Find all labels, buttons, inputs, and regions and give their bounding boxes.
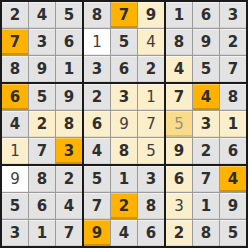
- cell-r3c1[interactable]: 8: [2, 56, 28, 82]
- cell-r4c9[interactable]: 8: [220, 84, 246, 110]
- cell-r7c1[interactable]: 9: [2, 166, 28, 192]
- sudoku-board: 2457368918791543621638924576594281732316…: [0, 0, 248, 248]
- cell-r2c4[interactable]: 1: [84, 29, 110, 55]
- cell-r3c2[interactable]: 9: [29, 56, 55, 82]
- cell-r9c3[interactable]: 7: [56, 220, 82, 246]
- cell-r7c4[interactable]: 5: [84, 166, 110, 192]
- cell-r8c8[interactable]: 1: [193, 193, 219, 219]
- cell-r9c7[interactable]: 2: [166, 220, 192, 246]
- cell-r5c4[interactable]: 6: [84, 111, 110, 137]
- cell-r8c1[interactable]: 5: [2, 193, 28, 219]
- cell-r7c9[interactable]: 4: [220, 166, 246, 192]
- cell-r6c2[interactable]: 7: [29, 138, 55, 164]
- cell-r9c2[interactable]: 1: [29, 220, 55, 246]
- box-5: 231697485: [84, 84, 164, 164]
- cell-r5c7[interactable]: 5: [166, 111, 192, 137]
- cell-r1c3[interactable]: 5: [56, 2, 82, 28]
- cell-r7c7[interactable]: 6: [166, 166, 192, 192]
- cell-r6c3[interactable]: 3: [56, 138, 82, 164]
- cell-r4c1[interactable]: 6: [2, 84, 28, 110]
- cell-r2c8[interactable]: 9: [193, 29, 219, 55]
- box-3: 163892457: [166, 2, 246, 82]
- box-4: 659428173: [2, 84, 82, 164]
- cell-r9c8[interactable]: 8: [193, 220, 219, 246]
- cell-r2c1[interactable]: 7: [2, 29, 28, 55]
- cell-r1c1[interactable]: 2: [2, 2, 28, 28]
- cell-r5c8[interactable]: 3: [193, 111, 219, 137]
- cell-r8c7[interactable]: 3: [166, 193, 192, 219]
- cell-r1c4[interactable]: 8: [84, 2, 110, 28]
- cell-r6c8[interactable]: 2: [193, 138, 219, 164]
- cell-r8c9[interactable]: 9: [220, 193, 246, 219]
- cell-r1c6[interactable]: 9: [138, 2, 164, 28]
- cell-r6c5[interactable]: 8: [111, 138, 137, 164]
- cell-r5c1[interactable]: 4: [2, 111, 28, 137]
- cell-r4c3[interactable]: 9: [56, 84, 82, 110]
- box-2: 879154362: [84, 2, 164, 82]
- cell-r6c4[interactable]: 4: [84, 138, 110, 164]
- cell-r9c4[interactable]: 9: [84, 220, 110, 246]
- cell-r3c5[interactable]: 6: [111, 56, 137, 82]
- cell-r3c6[interactable]: 2: [138, 56, 164, 82]
- cell-r5c3[interactable]: 8: [56, 111, 82, 137]
- cell-r7c6[interactable]: 3: [138, 166, 164, 192]
- cell-r6c6[interactable]: 5: [138, 138, 164, 164]
- cell-r8c6[interactable]: 8: [138, 193, 164, 219]
- cell-r5c6[interactable]: 7: [138, 111, 164, 137]
- cell-r7c2[interactable]: 8: [29, 166, 55, 192]
- box-9: 674319285: [166, 166, 246, 246]
- cell-r3c9[interactable]: 7: [220, 56, 246, 82]
- cell-r9c6[interactable]: 6: [138, 220, 164, 246]
- cell-r7c3[interactable]: 2: [56, 166, 82, 192]
- cell-r6c1[interactable]: 1: [2, 138, 28, 164]
- cell-r1c8[interactable]: 6: [193, 2, 219, 28]
- cell-r5c5[interactable]: 9: [111, 111, 137, 137]
- cell-r4c5[interactable]: 3: [111, 84, 137, 110]
- cell-r3c4[interactable]: 3: [84, 56, 110, 82]
- box-8: 513728946: [84, 166, 164, 246]
- cell-r3c7[interactable]: 4: [166, 56, 192, 82]
- cell-r4c2[interactable]: 5: [29, 84, 55, 110]
- cell-r8c2[interactable]: 6: [29, 193, 55, 219]
- cell-r1c7[interactable]: 1: [166, 2, 192, 28]
- cell-r9c1[interactable]: 3: [2, 220, 28, 246]
- box-1: 245736891: [2, 2, 82, 82]
- cell-r4c4[interactable]: 2: [84, 84, 110, 110]
- cell-r9c9[interactable]: 5: [220, 220, 246, 246]
- cell-r3c8[interactable]: 5: [193, 56, 219, 82]
- box-7: 982564317: [2, 166, 82, 246]
- cell-r2c3[interactable]: 6: [56, 29, 82, 55]
- cell-r6c9[interactable]: 6: [220, 138, 246, 164]
- cell-r3c3[interactable]: 1: [56, 56, 82, 82]
- cell-r7c8[interactable]: 7: [193, 166, 219, 192]
- cell-r2c6[interactable]: 4: [138, 29, 164, 55]
- cell-r5c9[interactable]: 1: [220, 111, 246, 137]
- cell-r5c2[interactable]: 2: [29, 111, 55, 137]
- cell-r2c2[interactable]: 3: [29, 29, 55, 55]
- cell-r2c5[interactable]: 5: [111, 29, 137, 55]
- cell-r7c5[interactable]: 1: [111, 166, 137, 192]
- cell-r4c6[interactable]: 1: [138, 84, 164, 110]
- cell-r9c5[interactable]: 4: [111, 220, 137, 246]
- cell-r1c2[interactable]: 4: [29, 2, 55, 28]
- cell-r1c5[interactable]: 7: [111, 2, 137, 28]
- cell-r1c9[interactable]: 3: [220, 2, 246, 28]
- cell-r4c7[interactable]: 7: [166, 84, 192, 110]
- cell-r8c3[interactable]: 4: [56, 193, 82, 219]
- cell-r8c5[interactable]: 2: [111, 193, 137, 219]
- cell-r2c9[interactable]: 2: [220, 29, 246, 55]
- cell-r2c7[interactable]: 8: [166, 29, 192, 55]
- box-6: 748531926: [166, 84, 246, 164]
- cell-r4c8[interactable]: 4: [193, 84, 219, 110]
- cell-r6c7[interactable]: 9: [166, 138, 192, 164]
- cell-r8c4[interactable]: 7: [84, 193, 110, 219]
